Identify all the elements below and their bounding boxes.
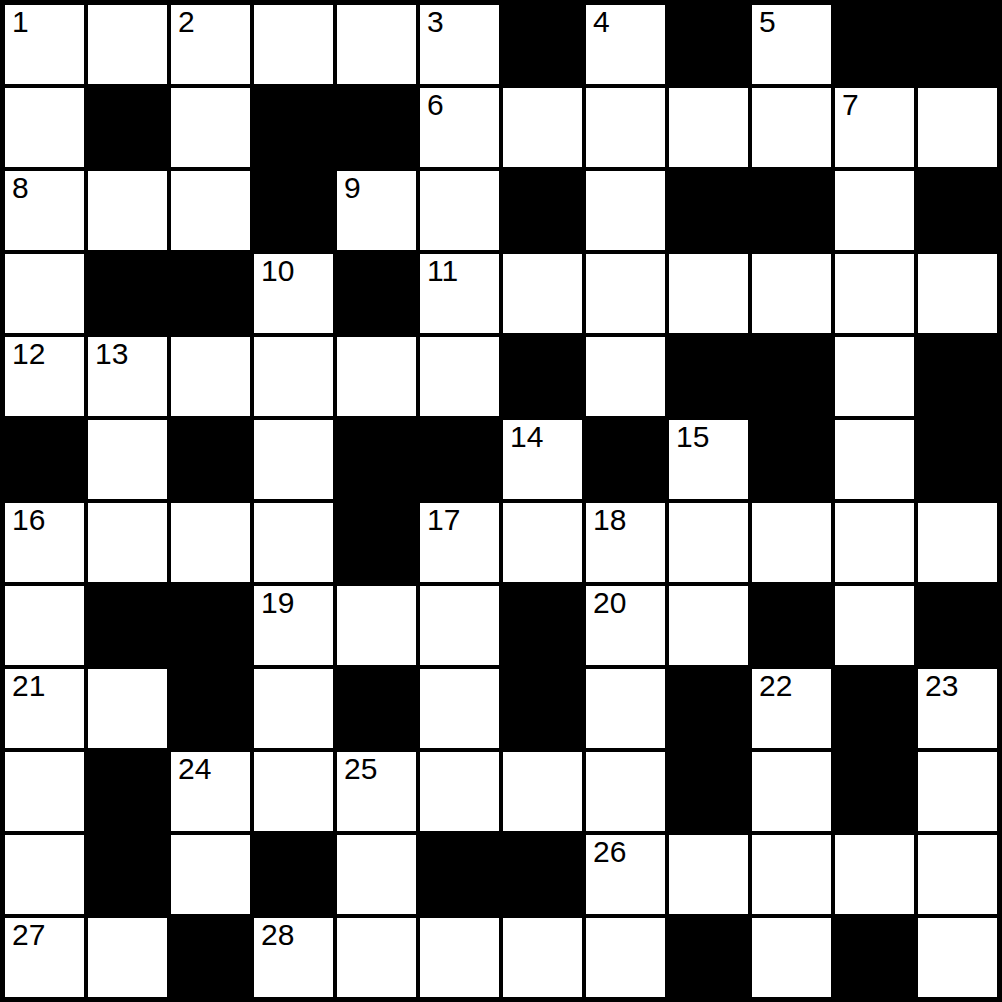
black-cell-r10c1 xyxy=(88,835,167,914)
white-cell-r11c7[interactable] xyxy=(586,918,665,997)
white-cell-r8c3[interactable] xyxy=(254,669,333,748)
white-cell-r3c3[interactable]: 10 xyxy=(254,254,333,333)
clue-number-21: 21 xyxy=(12,670,45,702)
black-cell-r7c6 xyxy=(503,586,582,665)
black-cell-r8c10 xyxy=(835,669,914,748)
white-cell-r2c5[interactable] xyxy=(420,171,499,250)
white-cell-r0c2[interactable]: 2 xyxy=(171,5,250,84)
white-cell-r1c8[interactable] xyxy=(669,88,748,167)
white-cell-r0c0[interactable]: 1 xyxy=(5,5,84,84)
clue-number-13: 13 xyxy=(95,338,128,370)
white-cell-r10c9[interactable] xyxy=(752,835,831,914)
black-cell-r6c4 xyxy=(337,503,416,582)
white-cell-r2c1[interactable] xyxy=(88,171,167,250)
white-cell-r3c7[interactable] xyxy=(586,254,665,333)
white-cell-r0c5[interactable]: 3 xyxy=(420,5,499,84)
white-cell-r11c4[interactable] xyxy=(337,918,416,997)
white-cell-r11c3[interactable]: 28 xyxy=(254,918,333,997)
white-cell-r3c5[interactable]: 11 xyxy=(420,254,499,333)
white-cell-r8c11[interactable]: 23 xyxy=(918,669,997,748)
black-cell-r5c2 xyxy=(171,420,250,499)
white-cell-r9c3[interactable] xyxy=(254,752,333,831)
black-cell-r11c10 xyxy=(835,918,914,997)
black-cell-r5c9 xyxy=(752,420,831,499)
white-cell-r0c3[interactable] xyxy=(254,5,333,84)
white-cell-r8c7[interactable] xyxy=(586,669,665,748)
white-cell-r8c0[interactable]: 21 xyxy=(5,669,84,748)
black-cell-r2c9 xyxy=(752,171,831,250)
white-cell-r8c5[interactable] xyxy=(420,669,499,748)
white-cell-r0c7[interactable]: 4 xyxy=(586,5,665,84)
white-cell-r5c6[interactable]: 14 xyxy=(503,420,582,499)
white-cell-r9c5[interactable] xyxy=(420,752,499,831)
white-cell-r7c7[interactable]: 20 xyxy=(586,586,665,665)
white-cell-r4c0[interactable]: 12 xyxy=(5,337,84,416)
white-cell-r6c5[interactable]: 17 xyxy=(420,503,499,582)
clue-number-20: 20 xyxy=(593,587,626,619)
white-cell-r9c4[interactable]: 25 xyxy=(337,752,416,831)
black-cell-r1c1 xyxy=(88,88,167,167)
black-cell-r8c2 xyxy=(171,669,250,748)
clue-number-17: 17 xyxy=(427,504,460,536)
clue-number-26: 26 xyxy=(593,836,626,868)
white-cell-r6c11[interactable] xyxy=(918,503,997,582)
clue-number-14: 14 xyxy=(510,421,543,453)
black-cell-r7c1 xyxy=(88,586,167,665)
white-cell-r4c4[interactable] xyxy=(337,337,416,416)
white-cell-r4c2[interactable] xyxy=(171,337,250,416)
white-cell-r2c0[interactable]: 8 xyxy=(5,171,84,250)
clue-number-23: 23 xyxy=(925,670,958,702)
white-cell-r11c11[interactable] xyxy=(918,918,997,997)
white-cell-r2c7[interactable] xyxy=(586,171,665,250)
white-cell-r10c7[interactable]: 26 xyxy=(586,835,665,914)
white-cell-r10c4[interactable] xyxy=(337,835,416,914)
black-cell-r0c10 xyxy=(835,5,914,84)
black-cell-r8c8 xyxy=(669,669,748,748)
clue-number-24: 24 xyxy=(178,753,211,785)
black-cell-r1c3 xyxy=(254,88,333,167)
clue-number-4: 4 xyxy=(593,6,610,38)
black-cell-r11c2 xyxy=(171,918,250,997)
clue-number-18: 18 xyxy=(593,504,626,536)
white-cell-r3c9[interactable] xyxy=(752,254,831,333)
black-cell-r8c6 xyxy=(503,669,582,748)
black-cell-r0c11 xyxy=(918,5,997,84)
white-cell-r3c0[interactable] xyxy=(5,254,84,333)
white-cell-r4c10[interactable] xyxy=(835,337,914,416)
white-cell-r11c0[interactable]: 27 xyxy=(5,918,84,997)
white-cell-r6c8[interactable] xyxy=(669,503,748,582)
clue-number-12: 12 xyxy=(12,338,45,370)
clue-number-6: 6 xyxy=(427,89,444,121)
white-cell-r4c5[interactable] xyxy=(420,337,499,416)
white-cell-r4c1[interactable]: 13 xyxy=(88,337,167,416)
black-cell-r3c1 xyxy=(88,254,167,333)
black-cell-r5c0 xyxy=(5,420,84,499)
white-cell-r1c2[interactable] xyxy=(171,88,250,167)
white-cell-r7c8[interactable] xyxy=(669,586,748,665)
white-cell-r3c8[interactable] xyxy=(669,254,748,333)
black-cell-r4c11 xyxy=(918,337,997,416)
black-cell-r4c8 xyxy=(669,337,748,416)
white-cell-r0c4[interactable] xyxy=(337,5,416,84)
white-cell-r1c7[interactable] xyxy=(586,88,665,167)
clue-number-1: 1 xyxy=(12,6,29,38)
white-cell-r5c3[interactable] xyxy=(254,420,333,499)
white-cell-r7c5[interactable] xyxy=(420,586,499,665)
white-cell-r11c5[interactable] xyxy=(420,918,499,997)
white-cell-r10c8[interactable] xyxy=(669,835,748,914)
clue-number-11: 11 xyxy=(427,255,458,287)
black-cell-r5c11 xyxy=(918,420,997,499)
white-cell-r6c3[interactable] xyxy=(254,503,333,582)
white-cell-r7c10[interactable] xyxy=(835,586,914,665)
white-cell-r1c0[interactable] xyxy=(5,88,84,167)
white-cell-r0c9[interactable]: 5 xyxy=(752,5,831,84)
white-cell-r8c9[interactable]: 22 xyxy=(752,669,831,748)
white-cell-r9c9[interactable] xyxy=(752,752,831,831)
clue-number-16: 16 xyxy=(12,504,45,536)
black-cell-r2c11 xyxy=(918,171,997,250)
black-cell-r5c5 xyxy=(420,420,499,499)
white-cell-r7c0[interactable] xyxy=(5,586,84,665)
white-cell-r5c1[interactable] xyxy=(88,420,167,499)
white-cell-r6c0[interactable]: 16 xyxy=(5,503,84,582)
white-cell-r2c10[interactable] xyxy=(835,171,914,250)
black-cell-r9c10 xyxy=(835,752,914,831)
white-cell-r3c11[interactable] xyxy=(918,254,997,333)
white-cell-r6c1[interactable] xyxy=(88,503,167,582)
clue-number-9: 9 xyxy=(344,172,361,204)
black-cell-r11c8 xyxy=(669,918,748,997)
white-cell-r11c9[interactable] xyxy=(752,918,831,997)
white-cell-r9c0[interactable] xyxy=(5,752,84,831)
black-cell-r10c3 xyxy=(254,835,333,914)
white-cell-r10c10[interactable] xyxy=(835,835,914,914)
white-cell-r3c6[interactable] xyxy=(503,254,582,333)
black-cell-r1c4 xyxy=(337,88,416,167)
black-cell-r7c9 xyxy=(752,586,831,665)
black-cell-r3c4 xyxy=(337,254,416,333)
white-cell-r2c2[interactable] xyxy=(171,171,250,250)
clue-number-25: 25 xyxy=(344,753,377,785)
white-cell-r9c6[interactable] xyxy=(503,752,582,831)
white-cell-r11c6[interactable] xyxy=(503,918,582,997)
black-cell-r5c7 xyxy=(586,420,665,499)
white-cell-r10c0[interactable] xyxy=(5,835,84,914)
white-cell-r4c3[interactable] xyxy=(254,337,333,416)
crossword-grid: 1234567891011121314151617181920212223242… xyxy=(0,0,1002,1002)
clue-number-7: 7 xyxy=(842,89,859,121)
black-cell-r2c6 xyxy=(503,171,582,250)
white-cell-r5c8[interactable]: 15 xyxy=(669,420,748,499)
white-cell-r6c2[interactable] xyxy=(171,503,250,582)
clue-number-15: 15 xyxy=(676,421,709,453)
black-cell-r10c5 xyxy=(420,835,499,914)
black-cell-r5c4 xyxy=(337,420,416,499)
white-cell-r6c6[interactable] xyxy=(503,503,582,582)
white-cell-r8c1[interactable] xyxy=(88,669,167,748)
black-cell-r8c4 xyxy=(337,669,416,748)
black-cell-r10c6 xyxy=(503,835,582,914)
black-cell-r9c8 xyxy=(669,752,748,831)
clue-number-8: 8 xyxy=(12,172,29,204)
white-cell-r3c10[interactable] xyxy=(835,254,914,333)
white-cell-r1c6[interactable] xyxy=(503,88,582,167)
white-cell-r11c1[interactable] xyxy=(88,918,167,997)
clue-number-5: 5 xyxy=(759,6,776,38)
white-cell-r1c10[interactable]: 7 xyxy=(835,88,914,167)
white-cell-r10c11[interactable] xyxy=(918,835,997,914)
clue-number-28: 28 xyxy=(261,919,294,951)
white-cell-r9c11[interactable] xyxy=(918,752,997,831)
white-cell-r10c2[interactable] xyxy=(171,835,250,914)
black-cell-r7c2 xyxy=(171,586,250,665)
white-cell-r1c9[interactable] xyxy=(752,88,831,167)
clue-number-19: 19 xyxy=(261,587,294,619)
white-cell-r1c5[interactable]: 6 xyxy=(420,88,499,167)
clue-number-2: 2 xyxy=(178,6,195,38)
white-cell-r7c4[interactable] xyxy=(337,586,416,665)
clue-number-27: 27 xyxy=(12,919,45,951)
black-cell-r7c11 xyxy=(918,586,997,665)
black-cell-r2c3 xyxy=(254,171,333,250)
black-cell-r2c8 xyxy=(669,171,748,250)
white-cell-r1c11[interactable] xyxy=(918,88,997,167)
black-cell-r0c6 xyxy=(503,5,582,84)
white-cell-r9c2[interactable]: 24 xyxy=(171,752,250,831)
black-cell-r9c1 xyxy=(88,752,167,831)
clue-number-10: 10 xyxy=(261,255,294,287)
black-cell-r4c9 xyxy=(752,337,831,416)
white-cell-r6c9[interactable] xyxy=(752,503,831,582)
white-cell-r6c10[interactable] xyxy=(835,503,914,582)
black-cell-r0c8 xyxy=(669,5,748,84)
white-cell-r5c10[interactable] xyxy=(835,420,914,499)
black-cell-r4c6 xyxy=(503,337,582,416)
white-cell-r2c4[interactable]: 9 xyxy=(337,171,416,250)
white-cell-r6c7[interactable]: 18 xyxy=(586,503,665,582)
white-cell-r0c1[interactable] xyxy=(88,5,167,84)
black-cell-r3c2 xyxy=(171,254,250,333)
clue-number-3: 3 xyxy=(427,6,444,38)
white-cell-r4c7[interactable] xyxy=(586,337,665,416)
clue-number-22: 22 xyxy=(759,670,792,702)
white-cell-r9c7[interactable] xyxy=(586,752,665,831)
white-cell-r7c3[interactable]: 19 xyxy=(254,586,333,665)
